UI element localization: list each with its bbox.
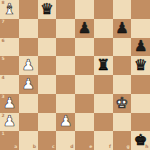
square-e5[interactable] (75, 56, 94, 75)
rank-label-5: 5 (2, 57, 5, 62)
square-d4[interactable] (56, 75, 75, 94)
piece-black-pawn-e7[interactable]: ♟ (78, 20, 91, 35)
square-d6[interactable] (56, 38, 75, 57)
square-e1[interactable]: e (75, 131, 94, 150)
piece-white-pawn-d2[interactable]: ♟ (59, 114, 72, 129)
square-f3[interactable] (94, 94, 113, 113)
square-b2[interactable] (19, 113, 38, 132)
square-h3[interactable] (131, 94, 150, 113)
square-g2[interactable] (113, 113, 132, 132)
square-c1[interactable]: c (38, 131, 57, 150)
file-label-d: d (70, 145, 73, 150)
square-g4[interactable] (113, 75, 132, 94)
rank-label-7: 7 (2, 20, 5, 25)
square-b4[interactable]: ♟ (19, 75, 38, 94)
piece-black-rook-f5[interactable]: ♜ (96, 58, 109, 73)
square-h1[interactable]: h♚ (131, 131, 150, 150)
square-c2[interactable] (38, 113, 57, 132)
square-f5[interactable]: ♜ (94, 56, 113, 75)
square-f1[interactable]: f (94, 131, 113, 150)
square-b5[interactable]: ♟ (19, 56, 38, 75)
square-g6[interactable] (113, 38, 132, 57)
square-f8[interactable] (94, 0, 113, 19)
chess-board: 8♝♛7♟♟6♟5♟♜♛4♟3♟♚2♟♟1abcdefgh♚ (0, 0, 150, 150)
square-g3[interactable]: ♚ (113, 94, 132, 113)
square-g5[interactable] (113, 56, 132, 75)
square-f6[interactable] (94, 38, 113, 57)
file-label-g: g (127, 145, 130, 150)
piece-white-pawn-a2[interactable]: ♟ (3, 114, 16, 129)
file-label-a: a (14, 145, 17, 150)
square-a5[interactable]: 5 (0, 56, 19, 75)
rank-label-4: 4 (2, 76, 5, 81)
piece-white-pawn-b5[interactable]: ♟ (21, 58, 34, 73)
square-a8[interactable]: 8♝ (0, 0, 19, 19)
square-a2[interactable]: 2♟ (0, 113, 19, 132)
square-a1[interactable]: 1a (0, 131, 19, 150)
square-e6[interactable] (75, 38, 94, 57)
square-g7[interactable]: ♟ (113, 19, 132, 38)
square-c5[interactable] (38, 56, 57, 75)
square-d7[interactable] (56, 19, 75, 38)
square-b1[interactable]: b (19, 131, 38, 150)
square-d3[interactable] (56, 94, 75, 113)
piece-white-pawn-b4[interactable]: ♟ (21, 76, 34, 91)
square-e2[interactable] (75, 113, 94, 132)
square-d1[interactable]: d (56, 131, 75, 150)
square-g8[interactable] (113, 0, 132, 19)
square-d8[interactable] (56, 0, 75, 19)
square-h6[interactable]: ♟ (131, 38, 150, 57)
square-b6[interactable] (19, 38, 38, 57)
piece-black-king-h1[interactable]: ♚ (134, 133, 147, 148)
file-label-e: e (89, 145, 92, 150)
square-h8[interactable] (131, 0, 150, 19)
square-e8[interactable] (75, 0, 94, 19)
square-e7[interactable]: ♟ (75, 19, 94, 38)
rank-label-1: 1 (2, 132, 5, 137)
rank-label-6: 6 (2, 39, 5, 44)
square-h5[interactable]: ♛ (131, 56, 150, 75)
square-a3[interactable]: 3♟ (0, 94, 19, 113)
file-label-c: c (52, 145, 55, 150)
square-g1[interactable]: g (113, 131, 132, 150)
file-label-f: f (109, 145, 111, 150)
square-h7[interactable] (131, 19, 150, 38)
square-c3[interactable] (38, 94, 57, 113)
square-a6[interactable]: 6 (0, 38, 19, 57)
square-a4[interactable]: 4 (0, 75, 19, 94)
piece-black-pawn-g7[interactable]: ♟ (115, 20, 128, 35)
square-b3[interactable] (19, 94, 38, 113)
square-b8[interactable] (19, 0, 38, 19)
square-c6[interactable] (38, 38, 57, 57)
square-d2[interactable]: ♟ (56, 113, 75, 132)
square-c8[interactable]: ♛ (38, 0, 57, 19)
piece-black-queen-h5[interactable]: ♛ (134, 58, 147, 73)
piece-black-pawn-h6[interactable]: ♟ (134, 39, 147, 54)
piece-white-pawn-a3[interactable]: ♟ (3, 95, 16, 110)
square-h4[interactable] (131, 75, 150, 94)
piece-black-queen-c8[interactable]: ♛ (40, 1, 53, 16)
square-e4[interactable] (75, 75, 94, 94)
square-f7[interactable] (94, 19, 113, 38)
square-d5[interactable] (56, 56, 75, 75)
square-e3[interactable] (75, 94, 94, 113)
square-b7[interactable] (19, 19, 38, 38)
square-c7[interactable] (38, 19, 57, 38)
square-f2[interactable] (94, 113, 113, 132)
square-c4[interactable] (38, 75, 57, 94)
piece-white-king-g3[interactable]: ♚ (115, 95, 128, 110)
square-h2[interactable] (131, 113, 150, 132)
square-f4[interactable] (94, 75, 113, 94)
square-a7[interactable]: 7 (0, 19, 19, 38)
piece-white-bishop-a8[interactable]: ♝ (3, 1, 16, 16)
file-label-b: b (33, 145, 36, 150)
